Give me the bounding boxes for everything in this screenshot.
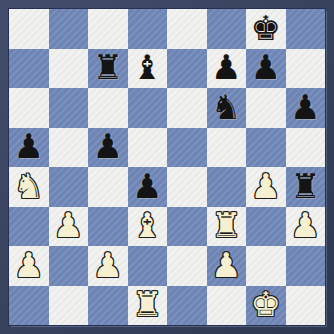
chess-diagram-page: { "game": "chess", "position": { "fen": …	[0, 0, 334, 334]
piece-black-rook[interactable]: ♜	[93, 50, 123, 84]
square-e2[interactable]	[167, 246, 207, 286]
piece-white-king[interactable]: ♚	[251, 287, 281, 321]
piece-white-pawn[interactable]: ♟	[93, 248, 123, 282]
square-g8[interactable]: ♚	[246, 9, 286, 49]
square-h3[interactable]: ♟	[286, 207, 326, 247]
square-f5[interactable]	[207, 128, 247, 168]
square-h7[interactable]	[286, 49, 326, 89]
square-b2[interactable]	[49, 246, 89, 286]
square-c4[interactable]	[88, 167, 128, 207]
piece-black-pawn[interactable]: ♟	[14, 129, 44, 163]
square-b4[interactable]	[49, 167, 89, 207]
square-f2[interactable]: ♟	[207, 246, 247, 286]
square-c7[interactable]: ♜	[88, 49, 128, 89]
square-g7[interactable]: ♟	[246, 49, 286, 89]
square-h1[interactable]	[286, 286, 326, 326]
square-e3[interactable]	[167, 207, 207, 247]
square-b1[interactable]	[49, 286, 89, 326]
square-b3[interactable]: ♟	[49, 207, 89, 247]
square-b7[interactable]	[49, 49, 89, 89]
piece-white-pawn[interactable]: ♟	[53, 208, 83, 242]
square-c6[interactable]	[88, 88, 128, 128]
square-c8[interactable]	[88, 9, 128, 49]
square-c2[interactable]: ♟	[88, 246, 128, 286]
square-a3[interactable]	[9, 207, 49, 247]
square-a7[interactable]	[9, 49, 49, 89]
square-h5[interactable]	[286, 128, 326, 168]
piece-white-rook[interactable]: ♜	[211, 208, 241, 242]
piece-black-pawn[interactable]: ♟	[211, 50, 241, 84]
square-d4[interactable]: ♟	[128, 167, 168, 207]
piece-white-pawn[interactable]: ♟	[14, 248, 44, 282]
square-g2[interactable]	[246, 246, 286, 286]
square-d2[interactable]	[128, 246, 168, 286]
square-c3[interactable]	[88, 207, 128, 247]
square-e6[interactable]	[167, 88, 207, 128]
square-f8[interactable]	[207, 9, 247, 49]
piece-black-pawn[interactable]: ♟	[290, 90, 320, 124]
square-d5[interactable]	[128, 128, 168, 168]
piece-white-pawn[interactable]: ♟	[251, 169, 281, 203]
square-g1[interactable]: ♚	[246, 286, 286, 326]
board-frame: ♚♜♝♟♟♞♟♟♟♞♟♟♜♟♝♜♟♟♟♟♜♚	[0, 0, 334, 334]
piece-black-pawn[interactable]: ♟	[251, 50, 281, 84]
square-a4[interactable]: ♞	[9, 167, 49, 207]
square-a1[interactable]	[9, 286, 49, 326]
square-b5[interactable]	[49, 128, 89, 168]
square-e5[interactable]	[167, 128, 207, 168]
square-e7[interactable]	[167, 49, 207, 89]
piece-white-pawn[interactable]: ♟	[290, 208, 320, 242]
square-f7[interactable]: ♟	[207, 49, 247, 89]
square-f3[interactable]: ♜	[207, 207, 247, 247]
square-d3[interactable]: ♝	[128, 207, 168, 247]
square-h4[interactable]: ♜	[286, 167, 326, 207]
chess-board: ♚♜♝♟♟♞♟♟♟♞♟♟♜♟♝♜♟♟♟♟♜♚	[9, 9, 325, 325]
square-d6[interactable]	[128, 88, 168, 128]
square-b8[interactable]	[49, 9, 89, 49]
square-a8[interactable]	[9, 9, 49, 49]
piece-black-pawn[interactable]: ♟	[132, 169, 162, 203]
piece-white-knight[interactable]: ♞	[14, 169, 44, 203]
piece-black-rook[interactable]: ♜	[290, 169, 320, 203]
square-d1[interactable]: ♜	[128, 286, 168, 326]
square-h6[interactable]: ♟	[286, 88, 326, 128]
piece-white-pawn[interactable]: ♟	[211, 248, 241, 282]
square-f1[interactable]	[207, 286, 247, 326]
square-g3[interactable]	[246, 207, 286, 247]
square-g6[interactable]	[246, 88, 286, 128]
square-a2[interactable]: ♟	[9, 246, 49, 286]
piece-black-bishop[interactable]: ♝	[132, 50, 162, 84]
square-e4[interactable]	[167, 167, 207, 207]
piece-black-knight[interactable]: ♞	[211, 90, 241, 124]
square-c1[interactable]	[88, 286, 128, 326]
square-f6[interactable]: ♞	[207, 88, 247, 128]
square-a6[interactable]	[9, 88, 49, 128]
piece-white-rook[interactable]: ♜	[132, 287, 162, 321]
square-f4[interactable]	[207, 167, 247, 207]
square-d7[interactable]: ♝	[128, 49, 168, 89]
piece-white-bishop[interactable]: ♝	[132, 208, 162, 242]
square-h8[interactable]	[286, 9, 326, 49]
square-h2[interactable]	[286, 246, 326, 286]
square-a5[interactable]: ♟	[9, 128, 49, 168]
square-e8[interactable]	[167, 9, 207, 49]
square-e1[interactable]	[167, 286, 207, 326]
square-g5[interactable]	[246, 128, 286, 168]
square-b6[interactable]	[49, 88, 89, 128]
square-c5[interactable]: ♟	[88, 128, 128, 168]
piece-black-pawn[interactable]: ♟	[93, 129, 123, 163]
square-d8[interactable]	[128, 9, 168, 49]
piece-black-king[interactable]: ♚	[251, 11, 281, 45]
square-g4[interactable]: ♟	[246, 167, 286, 207]
